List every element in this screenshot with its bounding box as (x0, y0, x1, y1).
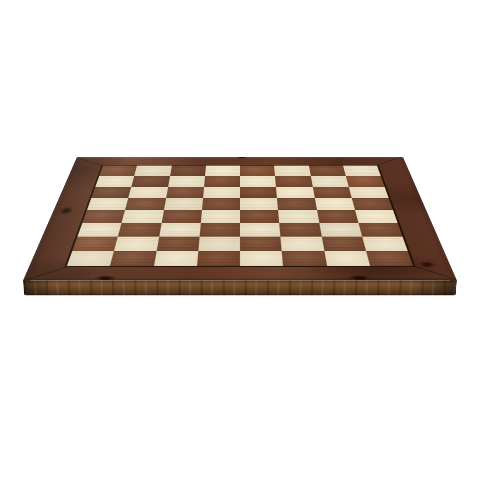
square-r5c6 (278, 210, 319, 223)
chess-board (23, 157, 456, 280)
frame-miter-seam (376, 157, 402, 165)
photo-scene (0, 0, 480, 480)
square-r4c1 (87, 198, 129, 210)
square-r5c5 (240, 210, 279, 223)
square-r7c6 (281, 236, 324, 250)
frame-miter-seam (413, 266, 456, 280)
frame-miter-seam (77, 157, 103, 165)
square-r7c2 (114, 236, 159, 250)
square-r5c1 (82, 210, 125, 223)
square-r6c5 (240, 223, 281, 237)
square-r1c1 (99, 166, 137, 176)
square-r4c7 (314, 198, 354, 210)
square-r3c4 (203, 187, 240, 198)
square-r7c7 (321, 236, 366, 250)
square-r2c8 (346, 176, 385, 187)
square-r4c5 (240, 198, 278, 210)
square-r1c6 (274, 166, 310, 176)
product-photo (0, 0, 480, 480)
square-r6c6 (279, 223, 321, 237)
square-r5c8 (355, 210, 398, 223)
square-r2c5 (240, 176, 276, 187)
square-r6c7 (319, 223, 362, 237)
square-r4c3 (164, 198, 203, 210)
square-r3c8 (348, 187, 388, 198)
square-r8c3 (153, 251, 198, 266)
square-r8c4 (197, 251, 240, 266)
square-r8c2 (110, 251, 156, 266)
square-r1c7 (309, 166, 346, 176)
square-r4c2 (125, 198, 165, 210)
square-r1c2 (134, 166, 171, 176)
square-r6c4 (199, 223, 240, 237)
square-r3c1 (91, 187, 131, 198)
frame-miter-seam (25, 266, 68, 280)
square-r1c4 (205, 166, 240, 176)
square-r4c4 (202, 198, 240, 210)
square-r7c3 (156, 236, 199, 250)
square-r3c3 (166, 187, 204, 198)
square-r8c6 (282, 251, 327, 266)
square-r2c1 (95, 176, 134, 187)
square-r5c4 (201, 210, 240, 223)
square-r6c8 (358, 223, 402, 237)
square-r7c8 (362, 236, 408, 250)
wood-knot (417, 261, 438, 268)
square-r3c5 (240, 187, 277, 198)
square-r6c3 (159, 223, 201, 237)
square-r8c5 (240, 251, 283, 266)
wood-knot (236, 157, 247, 159)
square-r2c7 (310, 176, 348, 187)
square-r1c8 (343, 166, 381, 176)
square-r5c3 (161, 210, 202, 223)
playing-field (64, 165, 416, 267)
square-r4c6 (277, 198, 316, 210)
square-r5c2 (122, 210, 164, 223)
square-r2c3 (168, 176, 205, 187)
square-r2c2 (132, 176, 170, 187)
square-r6c2 (118, 223, 161, 237)
square-r2c6 (275, 176, 312, 187)
square-r7c4 (198, 236, 240, 250)
square-r8c1 (67, 251, 114, 266)
square-r6c1 (78, 223, 122, 237)
square-r4c8 (351, 198, 393, 210)
square-r3c2 (129, 187, 168, 198)
board-top-face (23, 157, 456, 280)
board-front-edge (23, 280, 456, 295)
square-r1c3 (170, 166, 206, 176)
square-r8c8 (366, 251, 413, 266)
square-r1c5 (240, 166, 275, 176)
wood-knot (57, 206, 76, 215)
square-r3c7 (312, 187, 351, 198)
square-r8c7 (324, 251, 370, 266)
square-r7c5 (240, 236, 282, 250)
square-r5c7 (317, 210, 359, 223)
square-r3c6 (276, 187, 314, 198)
square-r7c1 (72, 236, 118, 250)
square-r2c4 (204, 176, 240, 187)
